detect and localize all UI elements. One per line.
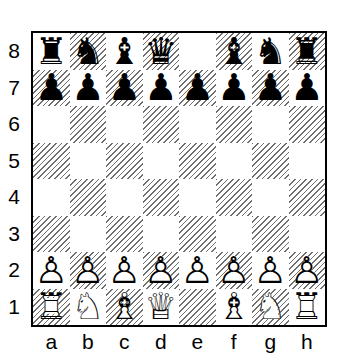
- square-a2[interactable]: ♟♙: [33, 252, 70, 289]
- piece-white-bishop[interactable]: ♝♗: [216, 289, 253, 326]
- piece-white-pawn[interactable]: ♟♙: [252, 252, 289, 289]
- piece-white-outline: ♘: [254, 289, 287, 326]
- square-d4[interactable]: [143, 179, 180, 216]
- square-e8[interactable]: [179, 33, 216, 70]
- square-c2[interactable]: ♟♙: [106, 252, 143, 289]
- square-e5[interactable]: [179, 143, 216, 180]
- piece-white-outline: ♙: [181, 252, 214, 289]
- square-f8[interactable]: ♝: [216, 33, 253, 70]
- square-b4[interactable]: [70, 179, 107, 216]
- rank-label-1: 1: [0, 289, 28, 326]
- square-d3[interactable]: [143, 216, 180, 253]
- piece-black-pawn[interactable]: ♟: [289, 70, 326, 107]
- rank-labels: 87654321: [0, 33, 28, 325]
- square-f7[interactable]: ♟: [216, 70, 253, 107]
- square-f4[interactable]: [216, 179, 253, 216]
- square-g6[interactable]: [252, 106, 289, 143]
- piece-black-pawn[interactable]: ♟: [252, 70, 289, 107]
- piece-white-pawn[interactable]: ♟♙: [106, 252, 143, 289]
- square-f2[interactable]: ♟♙: [216, 252, 253, 289]
- file-label-b: b: [70, 328, 107, 356]
- square-a1[interactable]: ♜♖: [33, 289, 70, 326]
- piece-white-outline: ♙: [254, 252, 287, 289]
- square-c8[interactable]: ♝: [106, 33, 143, 70]
- square-b8[interactable]: ♞: [70, 33, 107, 70]
- rank-label-5: 5: [0, 143, 28, 180]
- file-label-c: c: [106, 328, 143, 356]
- square-f6[interactable]: [216, 106, 253, 143]
- square-d2[interactable]: ♟♙: [143, 252, 180, 289]
- square-g4[interactable]: [252, 179, 289, 216]
- piece-white-outline: ♗: [108, 289, 141, 326]
- square-g8[interactable]: ♞: [252, 33, 289, 70]
- square-e4[interactable]: [179, 179, 216, 216]
- square-h5[interactable]: [289, 143, 326, 180]
- square-a5[interactable]: [33, 143, 70, 180]
- rank-label-6: 6: [0, 106, 28, 143]
- square-c4[interactable]: [106, 179, 143, 216]
- square-f1[interactable]: ♝♗: [216, 289, 253, 326]
- square-g1[interactable]: ♞♘: [252, 289, 289, 326]
- piece-white-outline: ♙: [108, 252, 141, 289]
- piece-white-queen[interactable]: ♛♕: [143, 289, 180, 326]
- square-b3[interactable]: [70, 216, 107, 253]
- piece-black-bishop[interactable]: ♝: [216, 33, 253, 70]
- piece-white-pawn[interactable]: ♟♙: [143, 252, 180, 289]
- square-g2[interactable]: ♟♙: [252, 252, 289, 289]
- square-f5[interactable]: [216, 143, 253, 180]
- piece-white-rook[interactable]: ♜♖: [33, 289, 70, 326]
- square-a4[interactable]: [33, 179, 70, 216]
- file-label-f: f: [216, 328, 253, 356]
- square-d7[interactable]: ♟: [143, 70, 180, 107]
- square-d8[interactable]: ♛: [143, 33, 180, 70]
- chess-diagram: 87654321 ♜♞♝♛♝♞♜♟♟♟♟♟♟♟♟♟♙♟♙♟♙♟♙♟♙♟♙♟♙♟♙…: [0, 0, 360, 360]
- piece-white-pawn[interactable]: ♟♙: [179, 252, 216, 289]
- file-label-d: d: [143, 328, 180, 356]
- rank-label-8: 8: [0, 33, 28, 70]
- square-a8[interactable]: ♜: [33, 33, 70, 70]
- piece-black-pawn[interactable]: ♟: [179, 70, 216, 107]
- square-e3[interactable]: [179, 216, 216, 253]
- piece-white-knight[interactable]: ♞♘: [70, 289, 107, 326]
- square-c6[interactable]: [106, 106, 143, 143]
- square-f3[interactable]: [216, 216, 253, 253]
- square-e7[interactable]: ♟: [179, 70, 216, 107]
- square-h3[interactable]: [289, 216, 326, 253]
- piece-white-pawn[interactable]: ♟♙: [216, 252, 253, 289]
- file-label-a: a: [33, 328, 70, 356]
- square-h2[interactable]: ♟♙: [289, 252, 326, 289]
- square-c7[interactable]: ♟: [106, 70, 143, 107]
- piece-white-outline: ♙: [217, 252, 250, 289]
- rank-label-4: 4: [0, 179, 28, 216]
- piece-white-outline: ♘: [71, 289, 104, 326]
- piece-white-outline: ♙: [290, 252, 323, 289]
- square-d5[interactable]: [143, 143, 180, 180]
- piece-black-pawn[interactable]: ♟: [106, 70, 143, 107]
- piece-black-knight[interactable]: ♞: [70, 33, 107, 70]
- piece-black-rook[interactable]: ♜: [33, 33, 70, 70]
- piece-white-outline: ♕: [144, 289, 177, 326]
- square-h7[interactable]: ♟: [289, 70, 326, 107]
- square-e2[interactable]: ♟♙: [179, 252, 216, 289]
- file-label-e: e: [179, 328, 216, 356]
- piece-black-bishop[interactable]: ♝: [106, 33, 143, 70]
- square-c5[interactable]: [106, 143, 143, 180]
- square-c1[interactable]: ♝♗: [106, 289, 143, 326]
- square-b7[interactable]: ♟: [70, 70, 107, 107]
- square-a7[interactable]: ♟: [33, 70, 70, 107]
- square-a3[interactable]: [33, 216, 70, 253]
- square-b5[interactable]: [70, 143, 107, 180]
- piece-white-outline: ♙: [35, 252, 68, 289]
- piece-white-pawn[interactable]: ♟♙: [289, 252, 326, 289]
- square-h8[interactable]: ♜: [289, 33, 326, 70]
- file-label-g: g: [252, 328, 289, 356]
- piece-black-pawn[interactable]: ♟: [143, 70, 180, 107]
- square-g7[interactable]: ♟: [252, 70, 289, 107]
- square-h4[interactable]: [289, 179, 326, 216]
- piece-black-pawn[interactable]: ♟: [70, 70, 107, 107]
- square-d1[interactable]: ♛♕: [143, 289, 180, 326]
- square-e1[interactable]: [179, 289, 216, 326]
- square-c3[interactable]: [106, 216, 143, 253]
- piece-black-rook[interactable]: ♜: [289, 33, 326, 70]
- rank-label-2: 2: [0, 252, 28, 289]
- piece-black-queen[interactable]: ♛: [143, 33, 180, 70]
- piece-white-outline: ♙: [144, 252, 177, 289]
- piece-black-pawn[interactable]: ♟: [216, 70, 253, 107]
- square-h6[interactable]: [289, 106, 326, 143]
- square-b2[interactable]: ♟♙: [70, 252, 107, 289]
- piece-white-knight[interactable]: ♞♘: [252, 289, 289, 326]
- piece-white-outline: ♖: [290, 289, 323, 326]
- square-b6[interactable]: [70, 106, 107, 143]
- file-labels: abcdefgh: [33, 328, 325, 356]
- piece-white-rook[interactable]: ♜♖: [289, 289, 326, 326]
- square-h1[interactable]: ♜♖: [289, 289, 326, 326]
- file-label-h: h: [289, 328, 326, 356]
- square-g3[interactable]: [252, 216, 289, 253]
- square-d6[interactable]: [143, 106, 180, 143]
- rank-label-3: 3: [0, 216, 28, 253]
- piece-white-outline: ♖: [35, 289, 68, 326]
- square-b1[interactable]: ♞♘: [70, 289, 107, 326]
- piece-white-outline: ♗: [217, 289, 250, 326]
- square-g5[interactable]: [252, 143, 289, 180]
- board: ♜♞♝♛♝♞♜♟♟♟♟♟♟♟♟♟♙♟♙♟♙♟♙♟♙♟♙♟♙♟♙♜♖♞♘♝♗♛♕♝…: [31, 31, 327, 327]
- rank-label-7: 7: [0, 70, 28, 107]
- piece-white-outline: ♙: [71, 252, 104, 289]
- square-a6[interactable]: [33, 106, 70, 143]
- piece-white-pawn[interactable]: ♟♙: [33, 252, 70, 289]
- piece-black-pawn[interactable]: ♟: [33, 70, 70, 107]
- piece-white-bishop[interactable]: ♝♗: [106, 289, 143, 326]
- square-e6[interactable]: [179, 106, 216, 143]
- piece-black-knight[interactable]: ♞: [252, 33, 289, 70]
- piece-white-pawn[interactable]: ♟♙: [70, 252, 107, 289]
